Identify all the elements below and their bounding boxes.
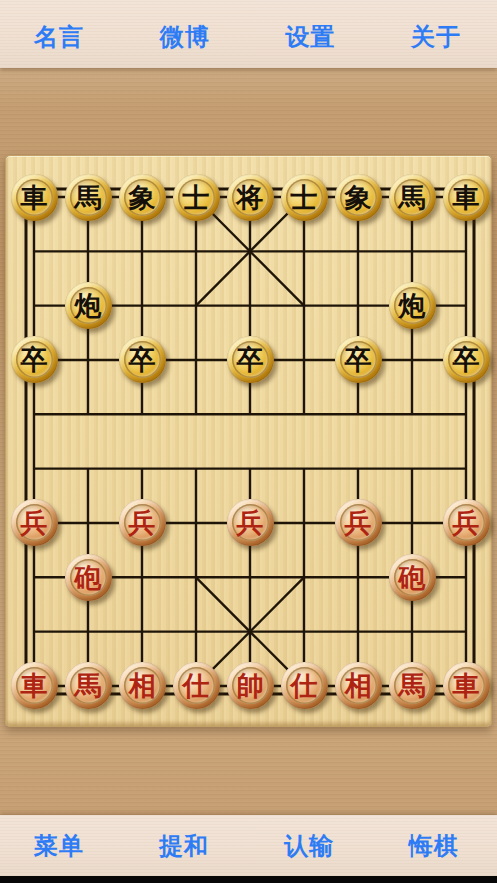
piece-glyph: 兵 [345, 509, 372, 536]
piece-red-7-7[interactable]: 砲 [389, 554, 436, 601]
piece-glyph: 士 [183, 184, 210, 211]
piece-red-8-6[interactable]: 兵 [443, 499, 490, 546]
piece-black-1-0[interactable]: 馬 [65, 174, 112, 221]
piece-glyph: 象 [345, 184, 372, 211]
resign-button[interactable]: 认输 [284, 830, 334, 862]
piece-black-8-0[interactable]: 車 [443, 174, 490, 221]
piece-black-0-0[interactable]: 車 [11, 174, 58, 221]
piece-red-4-6[interactable]: 兵 [227, 499, 274, 546]
piece-glyph: 卒 [345, 346, 372, 373]
piece-red-6-9[interactable]: 相 [335, 662, 382, 709]
piece-black-4-0[interactable]: 将 [227, 174, 274, 221]
piece-red-0-9[interactable]: 車 [11, 662, 58, 709]
offer-draw-button[interactable]: 提和 [159, 830, 209, 862]
menu-button[interactable]: 菜单 [34, 830, 84, 862]
piece-black-7-2[interactable]: 炮 [389, 282, 436, 329]
piece-glyph: 炮 [399, 292, 426, 319]
piece-glyph: 士 [291, 184, 318, 211]
weibo-button[interactable]: 微博 [160, 21, 210, 53]
piece-red-4-9[interactable]: 帥 [227, 662, 274, 709]
piece-red-5-9[interactable]: 仕 [281, 662, 328, 709]
piece-black-1-2[interactable]: 炮 [65, 282, 112, 329]
piece-glyph: 兵 [237, 509, 264, 536]
piece-black-6-0[interactable]: 象 [335, 174, 382, 221]
piece-black-8-3[interactable]: 卒 [443, 336, 490, 383]
piece-red-6-6[interactable]: 兵 [335, 499, 382, 546]
piece-glyph: 砲 [75, 564, 102, 591]
piece-glyph: 兵 [453, 509, 480, 536]
piece-glyph: 馬 [399, 672, 426, 699]
piece-black-2-0[interactable]: 象 [119, 174, 166, 221]
piece-glyph: 卒 [237, 346, 264, 373]
piece-black-7-0[interactable]: 馬 [389, 174, 436, 221]
board-grid-lines [6, 156, 493, 728]
piece-glyph: 仕 [183, 672, 210, 699]
piece-glyph: 相 [129, 672, 156, 699]
piece-glyph: 卒 [129, 346, 156, 373]
piece-glyph: 馬 [75, 184, 102, 211]
quotes-button[interactable]: 名言 [34, 21, 84, 53]
piece-glyph: 馬 [399, 184, 426, 211]
piece-black-6-3[interactable]: 卒 [335, 336, 382, 383]
piece-glyph: 兵 [21, 509, 48, 536]
piece-glyph: 車 [453, 672, 480, 699]
piece-red-3-9[interactable]: 仕 [173, 662, 220, 709]
undo-move-button[interactable]: 悔棋 [409, 830, 459, 862]
about-button[interactable]: 关于 [411, 21, 461, 53]
piece-glyph: 象 [129, 184, 156, 211]
piece-black-2-3[interactable]: 卒 [119, 336, 166, 383]
piece-glyph: 卒 [453, 346, 480, 373]
piece-glyph: 相 [345, 672, 372, 699]
piece-glyph: 馬 [75, 672, 102, 699]
piece-red-8-9[interactable]: 車 [443, 662, 490, 709]
xiangqi-board[interactable]: 車馬象士将士象馬車炮炮卒卒卒卒卒兵兵兵兵兵砲砲車馬相仕帥仕相馬車 [5, 155, 492, 727]
piece-glyph: 卒 [21, 346, 48, 373]
piece-glyph: 将 [237, 184, 264, 211]
piece-black-4-3[interactable]: 卒 [227, 336, 274, 383]
piece-glyph: 兵 [129, 509, 156, 536]
piece-glyph: 仕 [291, 672, 318, 699]
piece-glyph: 帥 [237, 672, 264, 699]
settings-button[interactable]: 设置 [285, 21, 335, 53]
screen-bottom-strip [0, 876, 497, 883]
piece-black-5-0[interactable]: 士 [281, 174, 328, 221]
piece-red-1-9[interactable]: 馬 [65, 662, 112, 709]
piece-glyph: 車 [21, 184, 48, 211]
piece-red-7-9[interactable]: 馬 [389, 662, 436, 709]
piece-red-1-7[interactable]: 砲 [65, 554, 112, 601]
piece-black-3-0[interactable]: 士 [173, 174, 220, 221]
xiangqi-app-screen: 名言 微博 设置 关于 車馬象士将士象馬車炮炮卒卒卒卒卒兵兵兵兵兵砲砲車馬相仕帥… [0, 0, 497, 883]
piece-red-2-6[interactable]: 兵 [119, 499, 166, 546]
top-toolbar: 名言 微博 设置 关于 [0, 0, 497, 68]
piece-glyph: 車 [21, 672, 48, 699]
bottom-toolbar: 菜单 提和 认输 悔棋 [0, 815, 497, 876]
piece-red-2-9[interactable]: 相 [119, 662, 166, 709]
piece-red-0-6[interactable]: 兵 [11, 499, 58, 546]
piece-glyph: 炮 [75, 292, 102, 319]
piece-black-0-3[interactable]: 卒 [11, 336, 58, 383]
piece-glyph: 砲 [399, 564, 426, 591]
piece-glyph: 車 [453, 184, 480, 211]
